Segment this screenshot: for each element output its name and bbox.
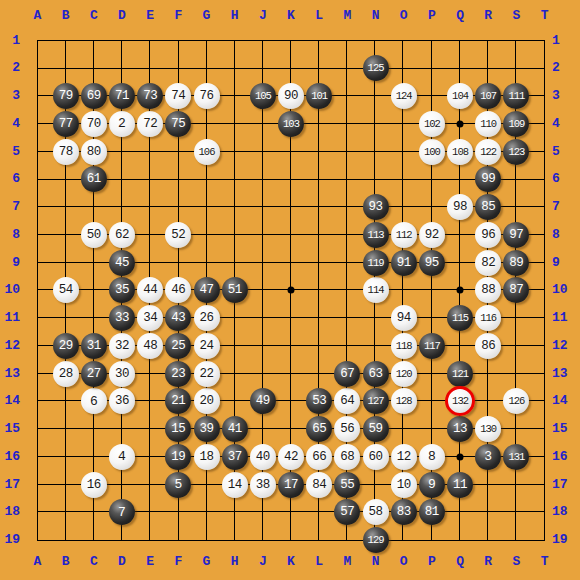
coord-label: 7 xyxy=(0,199,20,215)
stone-white[interactable]: 50 xyxy=(81,222,107,248)
stone-black[interactable]: 17 xyxy=(278,472,304,498)
board-cell xyxy=(291,152,319,180)
coord-label: F xyxy=(167,554,189,570)
board-cell xyxy=(516,485,544,513)
board-cell xyxy=(38,180,66,208)
coord-label: A xyxy=(27,554,49,570)
stone-white-last-move[interactable]: 132 xyxy=(445,386,475,416)
coord-label: D xyxy=(111,554,133,570)
stone-black[interactable]: 111 xyxy=(503,83,529,109)
coord-label: E xyxy=(139,554,161,570)
coord-label: G xyxy=(196,554,218,570)
board-cell xyxy=(319,180,347,208)
coord-label: 16 xyxy=(552,449,578,465)
coord-label: 11 xyxy=(0,310,20,326)
board-cell xyxy=(150,180,178,208)
coord-label: 19 xyxy=(0,532,20,548)
board-cell xyxy=(263,318,291,346)
stone-white[interactable]: 92 xyxy=(419,222,445,248)
stone-black[interactable]: 109 xyxy=(503,111,529,137)
stone-white[interactable]: 58 xyxy=(363,499,389,525)
stone-white[interactable]: 82 xyxy=(475,250,501,276)
stone-white[interactable]: 88 xyxy=(475,277,501,303)
board-cell xyxy=(235,152,263,180)
stone-black[interactable]: 125 xyxy=(363,55,389,81)
stone-black[interactable]: 57 xyxy=(334,499,360,525)
stone-black[interactable]: 13 xyxy=(447,416,473,442)
coord-label: O xyxy=(393,554,415,570)
board-cell xyxy=(235,41,263,69)
stone-white[interactable]: 56 xyxy=(334,416,360,442)
stone-white[interactable]: 20 xyxy=(194,388,220,414)
coord-label: 14 xyxy=(552,393,578,409)
board-cell xyxy=(291,41,319,69)
coord-label: L xyxy=(308,554,330,570)
stone-black[interactable]: 55 xyxy=(334,472,360,498)
stone-white[interactable]: 2 xyxy=(109,111,135,137)
stone-white[interactable]: 74 xyxy=(165,83,191,109)
coord-label: 13 xyxy=(0,366,20,382)
stone-white[interactable]: 78 xyxy=(53,139,79,165)
board-cell xyxy=(150,152,178,180)
board-cell xyxy=(66,429,94,457)
stone-white[interactable]: 116 xyxy=(475,305,501,331)
stone-white[interactable]: 114 xyxy=(363,277,389,303)
coord-label: 9 xyxy=(0,255,20,271)
coord-label: 17 xyxy=(552,477,578,493)
board-cell xyxy=(319,152,347,180)
board-cell xyxy=(432,41,460,69)
stone-white[interactable]: 38 xyxy=(250,472,276,498)
stone-white[interactable]: 40 xyxy=(250,444,276,470)
stone-black[interactable]: 89 xyxy=(503,250,529,276)
stone-white[interactable]: 118 xyxy=(391,333,417,359)
coord-label: N xyxy=(365,8,387,24)
board-cell xyxy=(66,512,94,540)
coord-label: P xyxy=(421,8,443,24)
board-cell xyxy=(375,124,403,152)
stone-black[interactable]: 121 xyxy=(447,361,473,387)
stone-white[interactable]: 24 xyxy=(194,333,220,359)
stone-black[interactable]: 27 xyxy=(81,361,107,387)
board-cell xyxy=(291,235,319,263)
coord-label: 18 xyxy=(0,504,20,520)
stone-black[interactable]: 117 xyxy=(419,333,445,359)
stone-black[interactable]: 85 xyxy=(475,194,501,220)
coord-label: M xyxy=(336,8,358,24)
coord-label: 9 xyxy=(552,255,578,271)
board-cell xyxy=(263,207,291,235)
board-cell xyxy=(207,207,235,235)
board-cell xyxy=(403,180,431,208)
stone-white[interactable]: 66 xyxy=(306,444,332,470)
stone-white[interactable]: 108 xyxy=(447,139,473,165)
coord-label: M xyxy=(336,554,358,570)
stone-white[interactable]: 64 xyxy=(334,388,360,414)
coord-label: 12 xyxy=(552,338,578,354)
coord-label: 10 xyxy=(0,282,20,298)
board-cell xyxy=(207,512,235,540)
board-cell xyxy=(122,152,150,180)
board-cell xyxy=(179,41,207,69)
board-cell xyxy=(263,235,291,263)
stone-black[interactable]: 91 xyxy=(391,250,417,276)
board-cell xyxy=(235,235,263,263)
stone-white[interactable]: 22 xyxy=(194,361,220,387)
coord-label: R xyxy=(477,8,499,24)
board-cell xyxy=(347,96,375,124)
board-cell xyxy=(319,318,347,346)
stone-white[interactable]: 52 xyxy=(165,222,191,248)
board-cell xyxy=(263,180,291,208)
stone-black[interactable]: 115 xyxy=(447,305,473,331)
stone-black[interactable]: 11 xyxy=(447,472,473,498)
stone-white[interactable]: 96 xyxy=(475,222,501,248)
coord-label: 6 xyxy=(552,171,578,187)
stone-white[interactable]: 124 xyxy=(391,83,417,109)
stone-white[interactable]: 70 xyxy=(81,111,107,137)
stone-white[interactable]: 36 xyxy=(109,388,135,414)
stone-black[interactable]: 25 xyxy=(165,333,191,359)
board-cell xyxy=(66,41,94,69)
stone-white[interactable]: 76 xyxy=(194,83,220,109)
board-cell xyxy=(319,235,347,263)
coord-label: J xyxy=(252,554,274,570)
coord-label: 3 xyxy=(552,88,578,104)
star-point xyxy=(457,120,464,127)
stone-black[interactable]: 95 xyxy=(419,250,445,276)
stone-black[interactable]: 43 xyxy=(165,305,191,331)
stone-black[interactable]: 15 xyxy=(165,416,191,442)
coord-label: 8 xyxy=(552,227,578,243)
coord-label: P xyxy=(421,554,443,570)
board-cell xyxy=(150,41,178,69)
coord-label: 8 xyxy=(0,227,20,243)
stone-white[interactable]: 122 xyxy=(475,139,501,165)
board-cell xyxy=(291,318,319,346)
stone-black[interactable]: 65 xyxy=(306,416,332,442)
stone-black[interactable]: 97 xyxy=(503,222,529,248)
board-cell xyxy=(38,41,66,69)
stone-black[interactable]: 107 xyxy=(475,83,501,109)
board-cell xyxy=(150,512,178,540)
stone-white[interactable]: 26 xyxy=(194,305,220,331)
coord-label: 1 xyxy=(0,33,20,49)
coord-label: 5 xyxy=(0,144,20,160)
stone-white[interactable]: 84 xyxy=(306,472,332,498)
stone-black[interactable]: 93 xyxy=(363,194,389,220)
coord-label: H xyxy=(224,8,246,24)
board-cell xyxy=(263,152,291,180)
stone-black[interactable]: 7 xyxy=(109,499,135,525)
coord-label: 17 xyxy=(0,477,20,493)
stone-white[interactable]: 54 xyxy=(53,277,79,303)
board-cell xyxy=(235,180,263,208)
board-cell xyxy=(207,41,235,69)
board-cell xyxy=(319,263,347,291)
coord-label: O xyxy=(393,8,415,24)
stone-black[interactable]: 101 xyxy=(306,83,332,109)
board-cell xyxy=(488,485,516,513)
coord-label: D xyxy=(111,8,133,24)
stone-white[interactable]: 34 xyxy=(137,305,163,331)
stone-white[interactable]: 6 xyxy=(81,388,107,414)
board-cell xyxy=(488,512,516,540)
stone-black[interactable]: 19 xyxy=(165,444,191,470)
stone-white[interactable]: 46 xyxy=(165,277,191,303)
stone-black[interactable]: 99 xyxy=(475,166,501,192)
stone-white[interactable]: 120 xyxy=(391,361,417,387)
board-cell xyxy=(38,207,66,235)
coord-label: F xyxy=(167,8,189,24)
stone-black[interactable]: 119 xyxy=(363,250,389,276)
coord-label: 2 xyxy=(0,60,20,76)
stone-white[interactable]: 104 xyxy=(447,83,473,109)
stone-black[interactable]: 83 xyxy=(391,499,417,525)
stone-white[interactable]: 48 xyxy=(137,333,163,359)
board-cell xyxy=(319,207,347,235)
stone-black[interactable]: 73 xyxy=(137,83,163,109)
stone-white[interactable]: 8 xyxy=(419,444,445,470)
coord-label: 11 xyxy=(552,310,578,326)
stone-black[interactable]: 49 xyxy=(250,388,276,414)
coord-label: 4 xyxy=(552,116,578,132)
coord-label: 4 xyxy=(0,116,20,132)
board-cell xyxy=(291,263,319,291)
stone-white[interactable]: 128 xyxy=(391,388,417,414)
star-point xyxy=(288,287,295,294)
stone-black[interactable]: 9 xyxy=(419,472,445,498)
stone-white[interactable]: 30 xyxy=(109,361,135,387)
board-cell xyxy=(460,512,488,540)
coord-label: 1 xyxy=(552,33,578,49)
stone-white[interactable]: 10 xyxy=(391,472,417,498)
stone-white[interactable]: 86 xyxy=(475,333,501,359)
coord-label: A xyxy=(27,8,49,24)
stone-black[interactable]: 23 xyxy=(165,361,191,387)
coord-label: 7 xyxy=(552,199,578,215)
coord-label: S xyxy=(505,8,527,24)
board-cell xyxy=(235,318,263,346)
board-cell xyxy=(488,41,516,69)
board-cell xyxy=(403,41,431,69)
stone-black[interactable]: 75 xyxy=(165,111,191,137)
stone-white[interactable]: 62 xyxy=(109,222,135,248)
coord-label: E xyxy=(139,8,161,24)
coord-label: H xyxy=(224,554,246,570)
coord-label: B xyxy=(55,554,77,570)
coord-label: Q xyxy=(449,8,471,24)
stone-white[interactable]: 90 xyxy=(278,83,304,109)
stone-white[interactable]: 12 xyxy=(391,444,417,470)
board-cell xyxy=(207,180,235,208)
coord-label: N xyxy=(365,554,387,570)
board-cell xyxy=(122,41,150,69)
stone-black[interactable]: 79 xyxy=(53,83,79,109)
board-cell xyxy=(516,180,544,208)
stone-black[interactable]: 129 xyxy=(363,527,389,553)
stone-black[interactable]: 3 xyxy=(475,444,501,470)
stone-black[interactable]: 5 xyxy=(165,472,191,498)
board-cell xyxy=(516,512,544,540)
board-cell xyxy=(263,41,291,69)
stone-white[interactable]: 72 xyxy=(137,111,163,137)
board-cell xyxy=(375,152,403,180)
stone-black[interactable]: 63 xyxy=(363,361,389,387)
stone-black[interactable]: 47 xyxy=(194,277,220,303)
stone-black[interactable]: 127 xyxy=(363,388,389,414)
coord-label: 2 xyxy=(552,60,578,76)
stone-white[interactable]: 42 xyxy=(278,444,304,470)
stone-black[interactable]: 69 xyxy=(81,83,107,109)
coord-label: 10 xyxy=(552,282,578,298)
coord-label: L xyxy=(308,8,330,24)
coord-label: Q xyxy=(449,554,471,570)
board-cell xyxy=(263,346,291,374)
coord-label: 16 xyxy=(0,449,20,465)
stone-black[interactable]: 81 xyxy=(419,499,445,525)
stone-white[interactable]: 32 xyxy=(109,333,135,359)
coord-label: 14 xyxy=(0,393,20,409)
coord-label: 12 xyxy=(0,338,20,354)
coord-label: 18 xyxy=(552,504,578,520)
coord-label: K xyxy=(280,554,302,570)
board-cell xyxy=(516,318,544,346)
coord-label: 6 xyxy=(0,171,20,187)
stone-white[interactable]: 98 xyxy=(447,194,473,220)
board-cell xyxy=(347,124,375,152)
board-cell xyxy=(319,290,347,318)
stone-black[interactable]: 105 xyxy=(250,83,276,109)
stone-black[interactable]: 113 xyxy=(363,222,389,248)
board-cell xyxy=(516,41,544,69)
board-cell xyxy=(263,512,291,540)
board-cell xyxy=(291,290,319,318)
board-cell xyxy=(460,41,488,69)
board-cell xyxy=(291,207,319,235)
stone-black[interactable]: 67 xyxy=(334,361,360,387)
stone-black[interactable]: 45 xyxy=(109,250,135,276)
stone-white[interactable]: 112 xyxy=(391,222,417,248)
stone-black[interactable]: 123 xyxy=(503,139,529,165)
coord-label: T xyxy=(534,8,556,24)
stone-white[interactable]: 106 xyxy=(194,139,220,165)
stone-white[interactable]: 44 xyxy=(137,277,163,303)
board-cell xyxy=(38,457,66,485)
stone-black[interactable]: 53 xyxy=(306,388,332,414)
stone-white[interactable]: 126 xyxy=(503,388,529,414)
stone-white[interactable]: 102 xyxy=(419,111,445,137)
coord-label: C xyxy=(83,554,105,570)
board-cell xyxy=(235,124,263,152)
coord-label: K xyxy=(280,8,302,24)
stone-black[interactable]: 21 xyxy=(165,388,191,414)
stone-white[interactable]: 16 xyxy=(81,472,107,498)
board-cell xyxy=(516,346,544,374)
stone-black[interactable]: 131 xyxy=(503,444,529,470)
stone-white[interactable]: 14 xyxy=(222,472,248,498)
coord-label: C xyxy=(83,8,105,24)
stone-white[interactable]: 110 xyxy=(475,111,501,137)
board-cell xyxy=(38,512,66,540)
stone-white[interactable]: 94 xyxy=(391,305,417,331)
stone-black[interactable]: 103 xyxy=(278,111,304,137)
board-cell xyxy=(235,346,263,374)
stone-black[interactable]: 87 xyxy=(503,277,529,303)
stone-black[interactable]: 29 xyxy=(53,333,79,359)
board-cell xyxy=(319,41,347,69)
coord-label: 5 xyxy=(552,144,578,160)
stone-white[interactable]: 28 xyxy=(53,361,79,387)
go-board-diagram: ABCDEFGHJKLMNOPQRST ABCDEFGHJKLMNOPQRST … xyxy=(0,0,580,580)
stone-black[interactable]: 37 xyxy=(222,444,248,470)
board-cell xyxy=(235,207,263,235)
board-cell xyxy=(38,235,66,263)
board-cell xyxy=(347,152,375,180)
stone-black[interactable]: 31 xyxy=(81,333,107,359)
stone-white[interactable]: 100 xyxy=(419,139,445,165)
coord-label: T xyxy=(534,554,556,570)
board-cell xyxy=(263,263,291,291)
board-cell xyxy=(179,512,207,540)
board-cell xyxy=(319,124,347,152)
coord-label: 13 xyxy=(552,366,578,382)
coord-label: R xyxy=(477,554,499,570)
stone-white[interactable]: 60 xyxy=(363,444,389,470)
stone-white[interactable]: 18 xyxy=(194,444,220,470)
star-point xyxy=(457,453,464,460)
star-point xyxy=(457,287,464,294)
stone-black[interactable]: 39 xyxy=(194,416,220,442)
stone-white[interactable]: 130 xyxy=(475,416,501,442)
coord-label: 3 xyxy=(0,88,20,104)
stone-white[interactable]: 4 xyxy=(109,444,135,470)
stone-white[interactable]: 80 xyxy=(81,139,107,165)
coord-label: G xyxy=(196,8,218,24)
board-cell xyxy=(263,290,291,318)
coord-label: B xyxy=(55,8,77,24)
coord-label: 15 xyxy=(552,421,578,437)
stone-black[interactable]: 77 xyxy=(53,111,79,137)
board-cell xyxy=(291,512,319,540)
board-cell xyxy=(94,41,122,69)
stone-black[interactable]: 41 xyxy=(222,416,248,442)
board-cell xyxy=(291,346,319,374)
stone-black[interactable]: 35 xyxy=(109,277,135,303)
coord-label: J xyxy=(252,8,274,24)
board-cell xyxy=(122,180,150,208)
board-cell xyxy=(38,429,66,457)
board-cell xyxy=(38,485,66,513)
stone-black[interactable]: 59 xyxy=(363,416,389,442)
stone-black[interactable]: 51 xyxy=(222,277,248,303)
stone-black[interactable]: 71 xyxy=(109,83,135,109)
coord-label: 15 xyxy=(0,421,20,437)
board-cell xyxy=(291,180,319,208)
board-cell xyxy=(179,180,207,208)
coord-label: 19 xyxy=(552,532,578,548)
board-cell xyxy=(38,401,66,429)
board-cell xyxy=(207,235,235,263)
stone-black[interactable]: 33 xyxy=(109,305,135,331)
stone-black[interactable]: 61 xyxy=(81,166,107,192)
coord-label: S xyxy=(505,554,527,570)
board-cell xyxy=(347,318,375,346)
board-cell xyxy=(235,512,263,540)
stone-white[interactable]: 68 xyxy=(334,444,360,470)
